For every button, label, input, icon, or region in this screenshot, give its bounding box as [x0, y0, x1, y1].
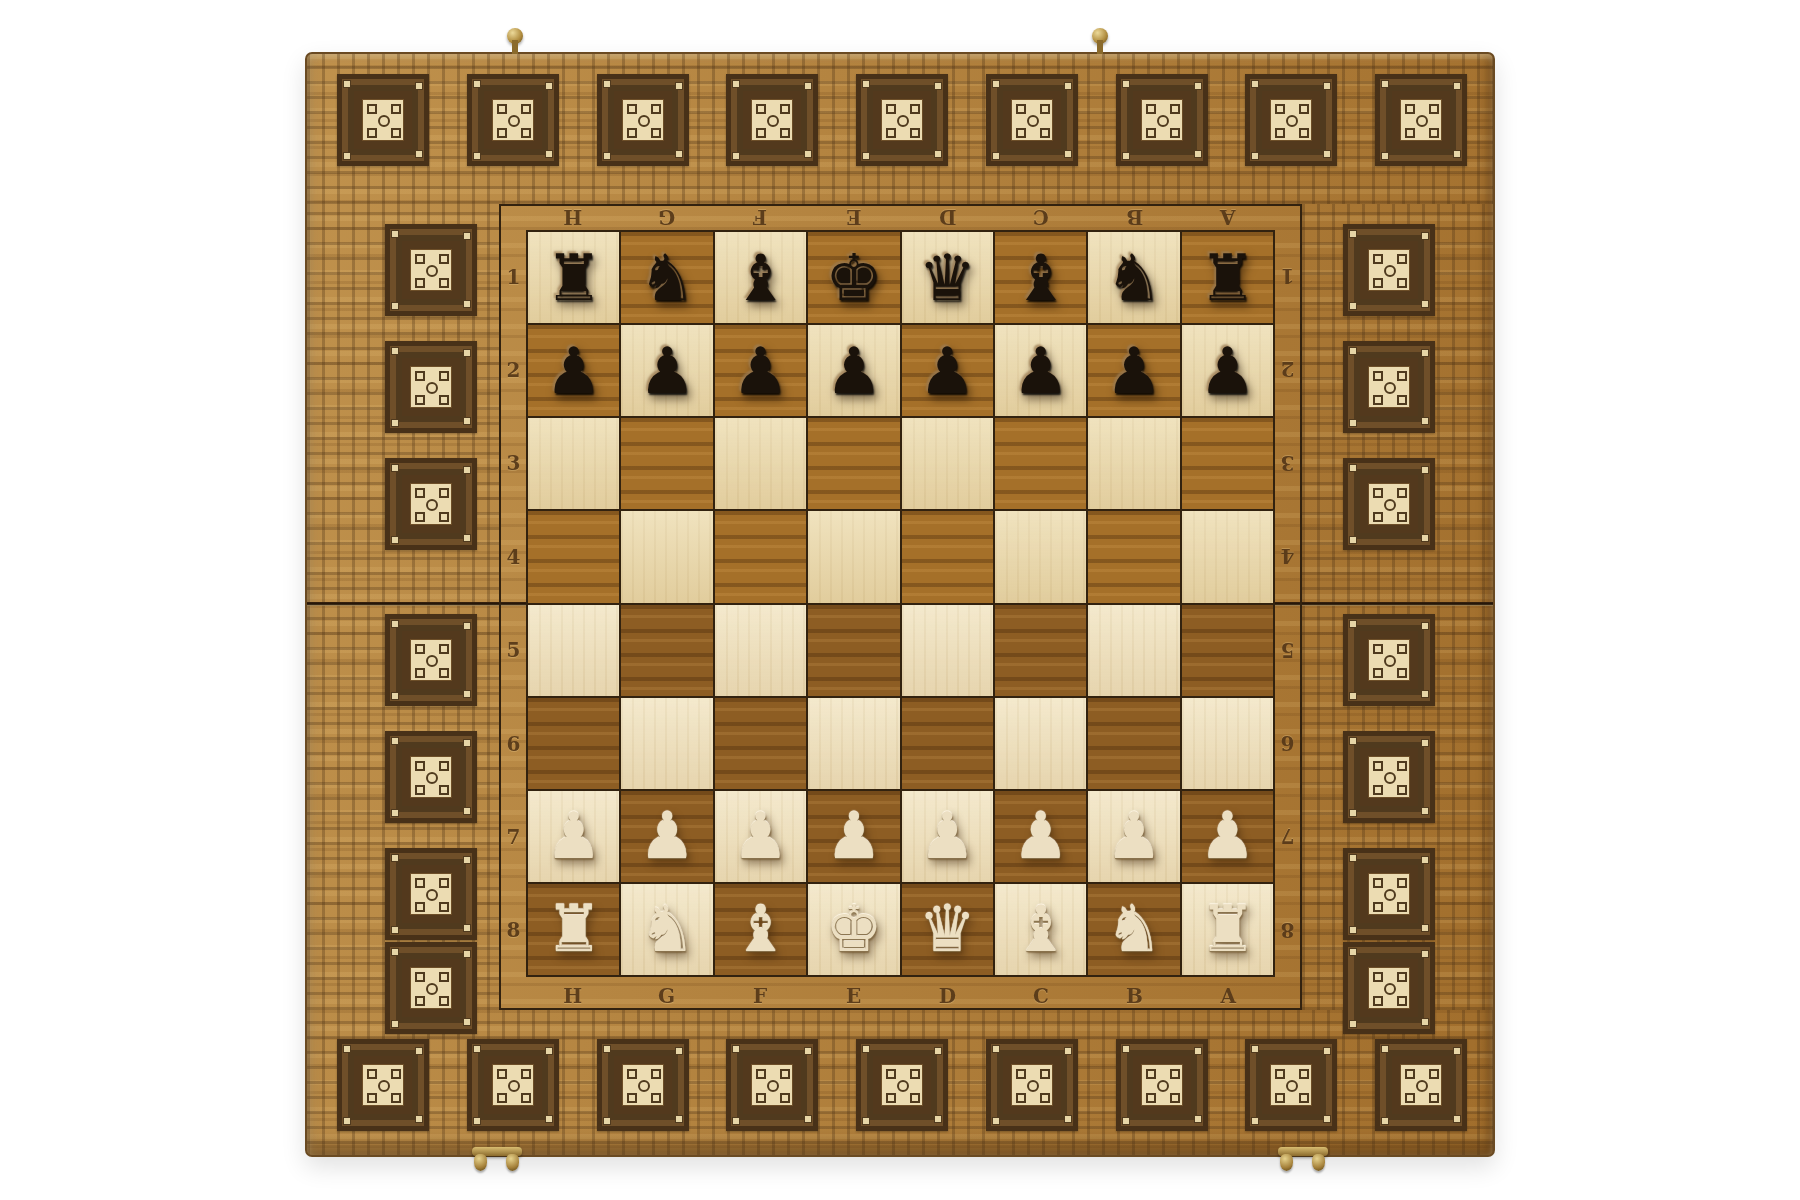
- border-medallion-block: [1375, 74, 1467, 166]
- medallion-square: [1373, 254, 1383, 264]
- black-queen-square-d1[interactable]: ♛: [919, 246, 976, 310]
- medallion-square: [1299, 1069, 1309, 1079]
- medallion-square: [439, 761, 449, 771]
- medallion-square: [1146, 1093, 1156, 1103]
- inlay-chip: [1381, 80, 1389, 88]
- inlay-chip: [415, 82, 423, 90]
- medallion-circle: [1384, 382, 1396, 394]
- square-b6[interactable]: [1088, 698, 1179, 789]
- medallion-circle: [508, 1080, 520, 1092]
- medallion-square: [415, 371, 425, 381]
- rank-label-left-1: 1: [501, 230, 526, 323]
- inlay-chip: [391, 692, 399, 700]
- square-d8[interactable]: ♛: [902, 884, 993, 975]
- square-c5[interactable]: [995, 605, 1086, 696]
- white-pawn-square-h7[interactable]: ♟: [545, 804, 602, 868]
- square-f5[interactable]: [715, 605, 806, 696]
- medallion-square: [1397, 254, 1407, 264]
- white-pawn-square-e7[interactable]: ♟: [825, 804, 882, 868]
- inlay-chip: [732, 152, 740, 160]
- inlay-chip: [1122, 80, 1130, 88]
- file-label-bottom-d: D: [901, 984, 995, 1008]
- inlay-chip: [1194, 150, 1202, 158]
- square-a6[interactable]: [1182, 698, 1273, 789]
- square-b3[interactable]: [1088, 418, 1179, 509]
- square-g4[interactable]: [621, 511, 712, 602]
- rank-label-left-7: 7: [501, 790, 526, 883]
- medallion-square: [1429, 128, 1439, 138]
- black-pawn-square-h2[interactable]: ♟: [545, 339, 602, 403]
- inlay-chip: [463, 856, 471, 864]
- square-d5[interactable]: [902, 605, 993, 696]
- black-knight-square-g1[interactable]: ♞: [638, 246, 695, 310]
- rank-label-left-4: 4: [501, 510, 526, 603]
- medallion-square: [367, 104, 377, 114]
- border-medallion-block: [1343, 458, 1435, 550]
- inlay-chip: [862, 80, 870, 88]
- rank-label-right-1: 1: [1275, 230, 1300, 323]
- square-c3[interactable]: [995, 418, 1086, 509]
- inlay-medallion: [1141, 1064, 1183, 1106]
- white-knight-square-g8[interactable]: ♞: [638, 897, 695, 961]
- medallion-square: [439, 785, 449, 795]
- square-c8[interactable]: ♝: [995, 884, 1086, 975]
- inlay-chip: [603, 1117, 611, 1125]
- square-h6[interactable]: [528, 698, 619, 789]
- square-a4[interactable]: [1182, 511, 1273, 602]
- square-d3[interactable]: [902, 418, 993, 509]
- white-pawn-square-c7[interactable]: ♟: [1012, 804, 1069, 868]
- inlay-medallion: [1368, 967, 1410, 1009]
- medallion-square: [415, 668, 425, 678]
- square-a3[interactable]: [1182, 418, 1273, 509]
- medallion-circle: [378, 115, 390, 127]
- black-bishop-square-f1[interactable]: ♝: [732, 246, 789, 310]
- inlay-medallion: [1368, 756, 1410, 798]
- square-g6[interactable]: [621, 698, 712, 789]
- inlay-chip: [1421, 807, 1429, 815]
- inlay-medallion: [881, 1064, 923, 1106]
- inlay-chip: [1421, 950, 1429, 958]
- medallion-square: [756, 1093, 766, 1103]
- white-bishop-square-c8[interactable]: ♝: [1012, 897, 1069, 961]
- border-medallion-block: [1375, 1039, 1467, 1131]
- medallion-square: [910, 128, 920, 138]
- brass-knob-stem: [512, 40, 518, 54]
- medallion-square: [651, 128, 661, 138]
- square-g5[interactable]: [621, 605, 712, 696]
- inlay-chip: [1064, 1047, 1072, 1055]
- inlay-chip: [804, 1047, 812, 1055]
- medallion-square: [1170, 104, 1180, 114]
- black-pawn-square-f2[interactable]: ♟: [732, 339, 789, 403]
- square-f7[interactable]: ♟: [715, 791, 806, 882]
- medallion-square: [1429, 1093, 1439, 1103]
- white-king-square-e8[interactable]: ♚: [825, 897, 882, 961]
- inlay-chip: [463, 417, 471, 425]
- inlay-chip: [1349, 1020, 1357, 1028]
- medallion-circle: [1027, 1080, 1039, 1092]
- medallion-square: [439, 395, 449, 405]
- border-medallion-block: [385, 614, 477, 706]
- medallion-square: [391, 1069, 401, 1079]
- inlay-chip: [391, 809, 399, 817]
- inlay-chip: [545, 82, 553, 90]
- border-medallion-block: [1343, 848, 1435, 940]
- white-rook-square-a8[interactable]: ♜: [1199, 897, 1256, 961]
- medallion-circle: [1027, 115, 1039, 127]
- inlay-chip: [1251, 80, 1259, 88]
- inlay-chip: [1453, 150, 1461, 158]
- inlay-chip: [391, 620, 399, 628]
- inlay-chip: [1421, 349, 1429, 357]
- square-g3[interactable]: [621, 418, 712, 509]
- latch-foot: [506, 1154, 519, 1171]
- white-pawn-square-b7[interactable]: ♟: [1105, 804, 1162, 868]
- square-d6[interactable]: [902, 698, 993, 789]
- white-queen-square-d8[interactable]: ♛: [919, 897, 976, 961]
- inlay-chip: [463, 739, 471, 747]
- white-pawn-square-f7[interactable]: ♟: [732, 804, 789, 868]
- medallion-square: [367, 1069, 377, 1079]
- latch-foot: [1312, 1154, 1325, 1171]
- black-pawn-square-e2[interactable]: ♟: [825, 339, 882, 403]
- medallion-circle: [426, 655, 438, 667]
- inlay-chip: [1421, 924, 1429, 932]
- white-knight-square-b8[interactable]: ♞: [1105, 897, 1162, 961]
- medallion-square: [1299, 104, 1309, 114]
- wooden-chess-box: HGFEDCBA HGFEDCBA 12345678 12345678 ♜♞♝♚…: [305, 52, 1495, 1157]
- inlay-chip: [391, 926, 399, 934]
- medallion-circle: [1384, 655, 1396, 667]
- inlay-medallion: [362, 1064, 404, 1106]
- medallion-circle: [1286, 1080, 1298, 1092]
- file-label-bottom-f: F: [713, 984, 807, 1008]
- square-d1[interactable]: ♛: [902, 232, 993, 323]
- medallion-square: [415, 878, 425, 888]
- square-a2[interactable]: ♟: [1182, 325, 1273, 416]
- inlay-medallion: [410, 756, 452, 798]
- square-g7[interactable]: ♟: [621, 791, 712, 882]
- inlay-chip: [675, 1047, 683, 1055]
- black-pawn-square-d2[interactable]: ♟: [919, 339, 976, 403]
- white-rook-square-h8[interactable]: ♜: [545, 897, 602, 961]
- square-e5[interactable]: [808, 605, 899, 696]
- inlay-chip: [1453, 1047, 1461, 1055]
- inlay-chip: [992, 1045, 1000, 1053]
- inlay-chip: [1349, 809, 1357, 817]
- border-medallion-block: [1343, 341, 1435, 433]
- medallion-circle: [1157, 1080, 1169, 1092]
- inlay-chip: [1349, 464, 1357, 472]
- square-h2[interactable]: ♟: [528, 325, 619, 416]
- square-b5[interactable]: [1088, 605, 1179, 696]
- inlay-chip: [862, 152, 870, 160]
- inlay-chip: [603, 152, 611, 160]
- medallion-square: [886, 1093, 896, 1103]
- inlay-medallion: [1270, 1064, 1312, 1106]
- medallion-square: [651, 1093, 661, 1103]
- inlay-chip: [391, 419, 399, 427]
- medallion-square: [1299, 1093, 1309, 1103]
- medallion-square: [1397, 785, 1407, 795]
- medallion-circle: [1157, 115, 1169, 127]
- medallion-square: [1170, 1069, 1180, 1079]
- medallion-square: [1146, 1069, 1156, 1079]
- medallion-square: [439, 902, 449, 912]
- inlay-chip: [1421, 690, 1429, 698]
- inlay-chip: [1349, 347, 1357, 355]
- square-e8[interactable]: ♚: [808, 884, 899, 975]
- inlay-chip: [603, 1045, 611, 1053]
- file-label-bottom-g: G: [620, 984, 714, 1008]
- square-h8[interactable]: ♜: [528, 884, 619, 975]
- medallion-square: [439, 488, 449, 498]
- medallion-square: [1397, 512, 1407, 522]
- border-medallion-block: [1245, 74, 1337, 166]
- square-a7[interactable]: ♟: [1182, 791, 1273, 882]
- square-f2[interactable]: ♟: [715, 325, 806, 416]
- white-pawn-square-d7[interactable]: ♟: [919, 804, 976, 868]
- medallion-square: [756, 128, 766, 138]
- medallion-square: [780, 128, 790, 138]
- file-labels-top: HGFEDCBA: [526, 205, 1275, 230]
- inlay-chip: [463, 232, 471, 240]
- rank-label-left-3: 3: [501, 417, 526, 510]
- medallion-square: [1397, 878, 1407, 888]
- medallion-square: [780, 1069, 790, 1079]
- medallion-square: [1373, 395, 1383, 405]
- medallion-circle: [426, 382, 438, 394]
- rank-labels-right: 12345678: [1275, 230, 1300, 977]
- inlay-chip: [391, 737, 399, 745]
- inlay-medallion: [1400, 1064, 1442, 1106]
- black-pawn-square-a2[interactable]: ♟: [1199, 339, 1256, 403]
- square-b7[interactable]: ♟: [1088, 791, 1179, 882]
- black-pawn-square-c2[interactable]: ♟: [1012, 339, 1069, 403]
- square-e6[interactable]: [808, 698, 899, 789]
- square-f6[interactable]: [715, 698, 806, 789]
- inlay-chip: [391, 464, 399, 472]
- medallion-square: [627, 104, 637, 114]
- medallion-square: [521, 128, 531, 138]
- inlay-chip: [415, 150, 423, 158]
- inlay-chip: [1122, 152, 1130, 160]
- border-medallion-block: [385, 224, 477, 316]
- square-f4[interactable]: [715, 511, 806, 602]
- black-pawn-square-b2[interactable]: ♟: [1105, 339, 1162, 403]
- inlay-chip: [1421, 739, 1429, 747]
- brass-latch-right: [1274, 1145, 1332, 1175]
- inlay-chip: [1453, 1115, 1461, 1123]
- medallion-square: [1040, 1069, 1050, 1079]
- square-a5[interactable]: [1182, 605, 1273, 696]
- black-rook-square-a1[interactable]: ♜: [1199, 246, 1256, 310]
- inlay-chip: [1323, 82, 1331, 90]
- square-c6[interactable]: [995, 698, 1086, 789]
- inlay-chip: [1381, 152, 1389, 160]
- black-pawn-square-g2[interactable]: ♟: [638, 339, 695, 403]
- inlay-chip: [1349, 230, 1357, 238]
- medallion-square: [415, 785, 425, 795]
- white-pawn-square-a7[interactable]: ♟: [1199, 804, 1256, 868]
- file-label-top-f: F: [713, 205, 807, 230]
- square-a8[interactable]: ♜: [1182, 884, 1273, 975]
- medallion-square: [651, 1069, 661, 1079]
- medallion-square: [415, 395, 425, 405]
- inlay-chip: [804, 82, 812, 90]
- square-h5[interactable]: [528, 605, 619, 696]
- square-b1[interactable]: ♞: [1088, 232, 1179, 323]
- square-h3[interactable]: [528, 418, 619, 509]
- inlay-chip: [391, 948, 399, 956]
- square-f3[interactable]: [715, 418, 806, 509]
- medallion-square: [1373, 785, 1383, 795]
- border-medallion-block: [467, 1039, 559, 1131]
- black-king-square-e1[interactable]: ♚: [825, 246, 882, 310]
- inlay-medallion: [622, 99, 664, 141]
- rank-label-left-5: 5: [501, 604, 526, 697]
- medallion-square: [1040, 104, 1050, 114]
- border-medallion-block: [856, 1039, 948, 1131]
- square-c7[interactable]: ♟: [995, 791, 1086, 882]
- border-medallion-block: [337, 74, 429, 166]
- white-pawn-square-g7[interactable]: ♟: [638, 804, 695, 868]
- inlay-chip: [463, 950, 471, 958]
- medallion-square: [439, 878, 449, 888]
- file-label-bottom-h: H: [526, 984, 620, 1008]
- border-medallion-block: [1116, 74, 1208, 166]
- medallion-circle: [1384, 499, 1396, 511]
- inlay-medallion: [492, 99, 534, 141]
- medallion-square: [439, 512, 449, 522]
- square-b4[interactable]: [1088, 511, 1179, 602]
- border-medallion-block: [986, 74, 1078, 166]
- medallion-circle: [767, 115, 779, 127]
- inlay-chip: [463, 690, 471, 698]
- medallion-circle: [638, 1080, 650, 1092]
- inlay-chip: [862, 1117, 870, 1125]
- square-a1[interactable]: ♜: [1182, 232, 1273, 323]
- square-g1[interactable]: ♞: [621, 232, 712, 323]
- medallion-square: [756, 1069, 766, 1079]
- medallion-square: [1405, 128, 1415, 138]
- inlay-medallion: [410, 639, 452, 681]
- square-f1[interactable]: ♝: [715, 232, 806, 323]
- square-c1[interactable]: ♝: [995, 232, 1086, 323]
- rank-label-left-6: 6: [501, 697, 526, 790]
- inlay-chip: [732, 80, 740, 88]
- chess-board: ♜♞♝♚♛♝♞♜♟♟♟♟♟♟♟♟♟♟♟♟♟♟♟♟♜♞♝♚♛♝♞♜: [526, 230, 1275, 977]
- medallion-circle: [508, 115, 520, 127]
- square-d4[interactable]: [902, 511, 993, 602]
- inlay-chip: [675, 82, 683, 90]
- inlay-chip: [415, 1047, 423, 1055]
- medallion-square: [756, 104, 766, 114]
- square-e3[interactable]: [808, 418, 899, 509]
- medallion-square: [1373, 996, 1383, 1006]
- file-label-top-g: G: [620, 205, 714, 230]
- medallion-square: [627, 1093, 637, 1103]
- inlay-chip: [1421, 1018, 1429, 1026]
- square-g2[interactable]: ♟: [621, 325, 712, 416]
- medallion-square: [886, 1069, 896, 1079]
- inlay-medallion: [410, 873, 452, 915]
- square-h1[interactable]: ♜: [528, 232, 619, 323]
- inlay-chip: [1122, 1117, 1130, 1125]
- inlay-chip: [1349, 737, 1357, 745]
- square-e2[interactable]: ♟: [808, 325, 899, 416]
- medallion-square: [439, 668, 449, 678]
- inlay-chip: [545, 1047, 553, 1055]
- inlay-chip: [1349, 926, 1357, 934]
- medallion-square: [1146, 104, 1156, 114]
- medallion-circle: [426, 499, 438, 511]
- square-f8[interactable]: ♝: [715, 884, 806, 975]
- inlay-medallion: [1368, 483, 1410, 525]
- medallion-square: [1397, 902, 1407, 912]
- inlay-chip: [1349, 536, 1357, 544]
- square-b2[interactable]: ♟: [1088, 325, 1179, 416]
- medallion-square: [1397, 761, 1407, 771]
- medallion-square: [1146, 128, 1156, 138]
- medallion-square: [1016, 128, 1026, 138]
- black-knight-square-b1[interactable]: ♞: [1105, 246, 1162, 310]
- file-label-top-b: B: [1088, 205, 1182, 230]
- border-medallion-block: [726, 1039, 818, 1131]
- inlay-chip: [1421, 534, 1429, 542]
- square-d7[interactable]: ♟: [902, 791, 993, 882]
- square-h7[interactable]: ♟: [528, 791, 619, 882]
- inlay-medallion: [1141, 99, 1183, 141]
- medallion-square: [1429, 1069, 1439, 1079]
- medallion-square: [439, 972, 449, 982]
- inlay-chip: [391, 230, 399, 238]
- black-bishop-square-c1[interactable]: ♝: [1012, 246, 1069, 310]
- border-medallion-block: [597, 74, 689, 166]
- inlay-chip: [391, 347, 399, 355]
- inlay-medallion: [1400, 99, 1442, 141]
- medallion-square: [910, 1093, 920, 1103]
- border-medallion-block: [1116, 1039, 1208, 1131]
- inlay-chip: [463, 349, 471, 357]
- medallion-square: [1373, 371, 1383, 381]
- medallion-circle: [897, 1080, 909, 1092]
- rank-label-right-3: 3: [1275, 417, 1300, 510]
- border-medallion-block: [726, 74, 818, 166]
- square-e4[interactable]: [808, 511, 899, 602]
- inlay-medallion: [492, 1064, 534, 1106]
- square-e1[interactable]: ♚: [808, 232, 899, 323]
- black-rook-square-h1[interactable]: ♜: [545, 246, 602, 310]
- medallion-square: [1397, 371, 1407, 381]
- square-d2[interactable]: ♟: [902, 325, 993, 416]
- square-c4[interactable]: [995, 511, 1086, 602]
- square-g8[interactable]: ♞: [621, 884, 712, 975]
- inlay-chip: [1453, 82, 1461, 90]
- square-c2[interactable]: ♟: [995, 325, 1086, 416]
- rank-label-right-8: 8: [1275, 884, 1300, 977]
- square-h4[interactable]: [528, 511, 619, 602]
- square-e7[interactable]: ♟: [808, 791, 899, 882]
- medallion-square: [391, 1093, 401, 1103]
- inlay-chip: [1064, 150, 1072, 158]
- border-medallion-block: [856, 74, 948, 166]
- white-bishop-square-f8[interactable]: ♝: [732, 897, 789, 961]
- brass-hinge-knob-left: [507, 28, 523, 44]
- square-b8[interactable]: ♞: [1088, 884, 1179, 975]
- inlay-chip: [343, 80, 351, 88]
